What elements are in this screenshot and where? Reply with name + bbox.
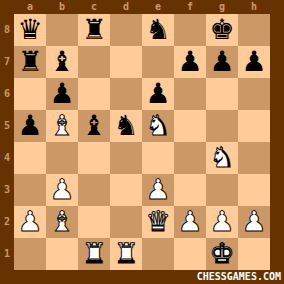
- rank-label-2: 2: [0, 206, 14, 238]
- square-g4[interactable]: ♞: [206, 142, 238, 174]
- piece-white-knight[interactable]: ♞: [145, 110, 170, 142]
- rank-label-1: 1: [0, 238, 14, 270]
- piece-black-bishop[interactable]: ♝: [49, 46, 74, 78]
- square-h7[interactable]: ♟: [238, 46, 270, 78]
- square-h4[interactable]: [238, 142, 270, 174]
- square-e2[interactable]: ♛: [142, 206, 174, 238]
- square-e1[interactable]: [142, 238, 174, 270]
- piece-black-knight[interactable]: ♞: [145, 14, 170, 46]
- square-f4[interactable]: [174, 142, 206, 174]
- piece-black-rook[interactable]: ♜: [17, 46, 42, 78]
- file-label-f: f: [174, 0, 206, 14]
- file-label-h: h: [238, 0, 270, 14]
- square-c8[interactable]: ♜: [78, 14, 110, 46]
- square-a5[interactable]: ♟: [14, 110, 46, 142]
- square-d8[interactable]: [110, 14, 142, 46]
- square-e7[interactable]: [142, 46, 174, 78]
- rank-label-6: 6: [0, 78, 14, 110]
- rank-label-4: 4: [0, 142, 14, 174]
- file-label-c: c: [78, 0, 110, 14]
- square-g2[interactable]: ♟: [206, 206, 238, 238]
- piece-white-bishop[interactable]: ♝: [49, 206, 74, 238]
- rank-label-5: 5: [0, 110, 14, 142]
- file-label-e: e: [142, 0, 174, 14]
- square-e6[interactable]: ♟: [142, 78, 174, 110]
- file-label-b: b: [46, 0, 78, 14]
- file-label-g: g: [206, 0, 238, 14]
- square-c6[interactable]: [78, 78, 110, 110]
- rank-label-8: 8: [0, 14, 14, 46]
- square-f5[interactable]: [174, 110, 206, 142]
- piece-black-king[interactable]: ♚: [209, 14, 234, 46]
- chessgames-watermark: CHESSGAMES.COM: [197, 270, 281, 284]
- square-d4[interactable]: [110, 142, 142, 174]
- piece-white-bishop[interactable]: ♝: [49, 110, 74, 142]
- square-a3[interactable]: [14, 174, 46, 206]
- piece-black-pawn[interactable]: ♟: [209, 46, 234, 78]
- square-a1[interactable]: [14, 238, 46, 270]
- square-c3[interactable]: [78, 174, 110, 206]
- square-b8[interactable]: [46, 14, 78, 46]
- square-g6[interactable]: [206, 78, 238, 110]
- piece-black-pawn[interactable]: ♟: [145, 78, 170, 110]
- square-f7[interactable]: ♟: [174, 46, 206, 78]
- square-b6[interactable]: ♟: [46, 78, 78, 110]
- square-g7[interactable]: ♟: [206, 46, 238, 78]
- square-e3[interactable]: ♟: [142, 174, 174, 206]
- chess-diagram: abcdefgh 87654321 ♛♜♞♚♜♝♟♟♟♟♟♟♝♝♞♞♞♟♟♟♝♛…: [0, 0, 284, 284]
- square-g5[interactable]: [206, 110, 238, 142]
- square-h2[interactable]: ♟: [238, 206, 270, 238]
- chess-board: ♛♜♞♚♜♝♟♟♟♟♟♟♝♝♞♞♞♟♟♟♝♛♟♟♟♜♜♚: [14, 14, 270, 270]
- piece-white-knight[interactable]: ♞: [209, 142, 234, 174]
- piece-black-pawn[interactable]: ♟: [241, 46, 266, 78]
- square-d2[interactable]: [110, 206, 142, 238]
- piece-white-rook[interactable]: ♜: [81, 238, 106, 270]
- piece-black-queen[interactable]: ♛: [17, 14, 42, 46]
- piece-black-rook[interactable]: ♜: [81, 14, 106, 46]
- square-a7[interactable]: ♜: [14, 46, 46, 78]
- piece-white-pawn[interactable]: ♟: [177, 206, 202, 238]
- square-b5[interactable]: ♝: [46, 110, 78, 142]
- square-d3[interactable]: [110, 174, 142, 206]
- square-g8[interactable]: ♚: [206, 14, 238, 46]
- square-f3[interactable]: [174, 174, 206, 206]
- square-b3[interactable]: ♟: [46, 174, 78, 206]
- square-h6[interactable]: [238, 78, 270, 110]
- square-e4[interactable]: [142, 142, 174, 174]
- piece-white-pawn[interactable]: ♟: [145, 174, 170, 206]
- piece-black-bishop[interactable]: ♝: [81, 110, 106, 142]
- square-h1[interactable]: [238, 238, 270, 270]
- square-f2[interactable]: ♟: [174, 206, 206, 238]
- piece-white-king[interactable]: ♚: [209, 238, 234, 270]
- square-a4[interactable]: [14, 142, 46, 174]
- square-a2[interactable]: ♟: [14, 206, 46, 238]
- rank-label-3: 3: [0, 174, 14, 206]
- piece-white-pawn[interactable]: ♟: [241, 206, 266, 238]
- piece-white-pawn[interactable]: ♟: [209, 206, 234, 238]
- square-c4[interactable]: [78, 142, 110, 174]
- piece-black-pawn[interactable]: ♟: [17, 110, 42, 142]
- square-f8[interactable]: [174, 14, 206, 46]
- square-a6[interactable]: [14, 78, 46, 110]
- square-e5[interactable]: ♞: [142, 110, 174, 142]
- piece-black-pawn[interactable]: ♟: [49, 78, 74, 110]
- square-f1[interactable]: [174, 238, 206, 270]
- square-b2[interactable]: ♝: [46, 206, 78, 238]
- square-f6[interactable]: [174, 78, 206, 110]
- file-label-d: d: [110, 0, 142, 14]
- piece-white-queen[interactable]: ♛: [145, 206, 170, 238]
- piece-white-rook[interactable]: ♜: [113, 238, 138, 270]
- square-d5[interactable]: ♞: [110, 110, 142, 142]
- square-h5[interactable]: [238, 110, 270, 142]
- square-g1[interactable]: ♚: [206, 238, 238, 270]
- square-c1[interactable]: ♜: [78, 238, 110, 270]
- square-h3[interactable]: [238, 174, 270, 206]
- square-b4[interactable]: [46, 142, 78, 174]
- piece-white-pawn[interactable]: ♟: [49, 174, 74, 206]
- square-e8[interactable]: ♞: [142, 14, 174, 46]
- square-d1[interactable]: ♜: [110, 238, 142, 270]
- piece-black-pawn[interactable]: ♟: [177, 46, 202, 78]
- square-d7[interactable]: [110, 46, 142, 78]
- rank-label-7: 7: [0, 46, 14, 78]
- square-d6[interactable]: [110, 78, 142, 110]
- piece-white-pawn[interactable]: ♟: [17, 206, 42, 238]
- square-a8[interactable]: ♛: [14, 14, 46, 46]
- piece-black-knight[interactable]: ♞: [113, 110, 138, 142]
- square-c5[interactable]: ♝: [78, 110, 110, 142]
- square-b7[interactable]: ♝: [46, 46, 78, 78]
- square-c7[interactable]: [78, 46, 110, 78]
- square-h8[interactable]: [238, 14, 270, 46]
- file-label-a: a: [14, 0, 46, 14]
- square-b1[interactable]: [46, 238, 78, 270]
- square-c2[interactable]: [78, 206, 110, 238]
- square-g3[interactable]: [206, 174, 238, 206]
